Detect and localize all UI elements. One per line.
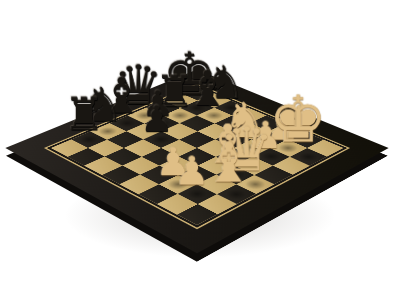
white-pawn: ♟ (174, 151, 209, 190)
black-pawn: ♟ (140, 101, 172, 137)
white-bishop: ♝ (204, 135, 253, 190)
black-rook: ♜ (64, 91, 105, 137)
page-root: { "game": "chess", "scene": "Angled prod… (0, 0, 400, 300)
square-a8 (51, 140, 88, 157)
